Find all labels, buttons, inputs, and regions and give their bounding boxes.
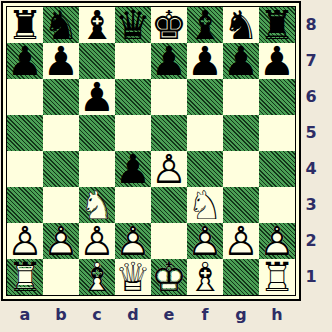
square-f7[interactable]: ♟ — [187, 43, 223, 79]
square-h4[interactable] — [259, 151, 295, 187]
square-c8[interactable]: ♝ — [79, 7, 115, 43]
square-f1[interactable]: ♝♗ — [187, 259, 223, 295]
rank-label-7: 7 — [296, 43, 326, 79]
piece-white-pawn[interactable]: ♟♙ — [43, 223, 79, 259]
piece-black-bishop[interactable]: ♝ — [79, 7, 115, 43]
square-d6[interactable] — [115, 79, 151, 115]
file-labels: abcdefgh — [7, 302, 295, 328]
piece-glyph: ♛ — [115, 7, 151, 43]
square-b1[interactable] — [43, 259, 79, 295]
rank-label-1: 1 — [296, 259, 326, 295]
square-h6[interactable] — [259, 79, 295, 115]
square-c5[interactable] — [79, 115, 115, 151]
rank-label-4: 4 — [296, 151, 326, 187]
piece-black-pawn[interactable]: ♟ — [223, 43, 259, 79]
square-a1[interactable]: ♜♖ — [7, 259, 43, 295]
piece-glyph: ♟ — [115, 151, 151, 187]
piece-outline: ♙ — [43, 223, 79, 259]
square-f5[interactable] — [187, 115, 223, 151]
rank-label-6: 6 — [296, 79, 326, 115]
piece-white-bishop[interactable]: ♝♗ — [187, 259, 223, 295]
piece-white-rook[interactable]: ♜♖ — [7, 259, 43, 295]
piece-outline: ♔ — [151, 259, 187, 295]
piece-black-pawn[interactable]: ♟ — [151, 43, 187, 79]
piece-outline: ♗ — [79, 259, 115, 295]
piece-white-pawn[interactable]: ♟♙ — [223, 223, 259, 259]
square-b5[interactable] — [43, 115, 79, 151]
square-g7[interactable]: ♟ — [223, 43, 259, 79]
piece-outline: ♖ — [259, 259, 295, 295]
square-e4[interactable]: ♟♙ — [151, 151, 187, 187]
square-d4[interactable]: ♟ — [115, 151, 151, 187]
piece-glyph: ♟ — [151, 43, 187, 79]
square-d1[interactable]: ♛♕ — [115, 259, 151, 295]
file-label-d: d — [115, 302, 151, 328]
piece-black-pawn[interactable]: ♟ — [187, 43, 223, 79]
piece-outline: ♙ — [151, 151, 187, 187]
piece-outline: ♖ — [7, 259, 43, 295]
square-d7[interactable] — [115, 43, 151, 79]
piece-glyph: ♟ — [43, 43, 79, 79]
square-e7[interactable]: ♟ — [151, 43, 187, 79]
piece-white-rook[interactable]: ♜♖ — [259, 259, 295, 295]
square-h1[interactable]: ♜♖ — [259, 259, 295, 295]
square-e6[interactable] — [151, 79, 187, 115]
piece-black-pawn[interactable]: ♟ — [79, 79, 115, 115]
piece-glyph: ♟ — [187, 43, 223, 79]
piece-black-pawn[interactable]: ♟ — [43, 43, 79, 79]
square-b2[interactable]: ♟♙ — [43, 223, 79, 259]
rank-labels: 87654321 — [296, 7, 326, 295]
piece-black-pawn[interactable]: ♟ — [259, 43, 295, 79]
file-label-a: a — [7, 302, 43, 328]
square-a5[interactable] — [7, 115, 43, 151]
square-g1[interactable] — [223, 259, 259, 295]
square-b4[interactable] — [43, 151, 79, 187]
square-g6[interactable] — [223, 79, 259, 115]
rank-label-2: 2 — [296, 223, 326, 259]
chess-board: ♜♞♝♛♚♝♞♜♟♟♟♟♟♟♟♟♟♙♞♘♞♘♟♙♟♙♟♙♟♙♟♙♟♙♟♙♜♖♝♗… — [6, 6, 296, 296]
square-d8[interactable]: ♛ — [115, 7, 151, 43]
file-label-g: g — [223, 302, 259, 328]
piece-white-queen[interactable]: ♛♕ — [115, 259, 151, 295]
square-c1[interactable]: ♝♗ — [79, 259, 115, 295]
square-a6[interactable] — [7, 79, 43, 115]
square-g2[interactable]: ♟♙ — [223, 223, 259, 259]
piece-glyph: ♟ — [223, 43, 259, 79]
rank-label-8: 8 — [296, 7, 326, 43]
square-b6[interactable] — [43, 79, 79, 115]
piece-outline: ♗ — [187, 259, 223, 295]
piece-glyph: ♟ — [259, 43, 295, 79]
rank-label-3: 3 — [296, 187, 326, 223]
piece-outline: ♕ — [115, 259, 151, 295]
piece-white-king[interactable]: ♚♔ — [151, 259, 187, 295]
square-f6[interactable] — [187, 79, 223, 115]
square-e1[interactable]: ♚♔ — [151, 259, 187, 295]
square-b7[interactable]: ♟ — [43, 43, 79, 79]
square-e3[interactable] — [151, 187, 187, 223]
board-frame: ♜♞♝♛♚♝♞♜♟♟♟♟♟♟♟♟♟♙♞♘♞♘♟♙♟♙♟♙♟♙♟♙♟♙♟♙♜♖♝♗… — [1, 1, 301, 301]
square-g4[interactable] — [223, 151, 259, 187]
square-a7[interactable]: ♟ — [7, 43, 43, 79]
file-label-h: h — [259, 302, 295, 328]
file-label-f: f — [187, 302, 223, 328]
piece-black-queen[interactable]: ♛ — [115, 7, 151, 43]
piece-white-pawn[interactable]: ♟♙ — [151, 151, 187, 187]
square-g5[interactable] — [223, 115, 259, 151]
piece-glyph: ♝ — [79, 7, 115, 43]
piece-black-pawn[interactable]: ♟ — [115, 151, 151, 187]
piece-glyph: ♟ — [7, 43, 43, 79]
file-label-c: c — [79, 302, 115, 328]
square-h7[interactable]: ♟ — [259, 43, 295, 79]
square-a4[interactable] — [7, 151, 43, 187]
rank-label-5: 5 — [296, 115, 326, 151]
square-h5[interactable] — [259, 115, 295, 151]
piece-black-pawn[interactable]: ♟ — [7, 43, 43, 79]
file-label-e: e — [151, 302, 187, 328]
diagram-background: ♜♞♝♛♚♝♞♜♟♟♟♟♟♟♟♟♟♙♞♘♞♘♟♙♟♙♟♙♟♙♟♙♟♙♟♙♜♖♝♗… — [0, 0, 332, 332]
piece-glyph: ♟ — [79, 79, 115, 115]
piece-outline: ♙ — [223, 223, 259, 259]
piece-white-bishop[interactable]: ♝♗ — [79, 259, 115, 295]
square-c6[interactable]: ♟ — [79, 79, 115, 115]
file-label-b: b — [43, 302, 79, 328]
